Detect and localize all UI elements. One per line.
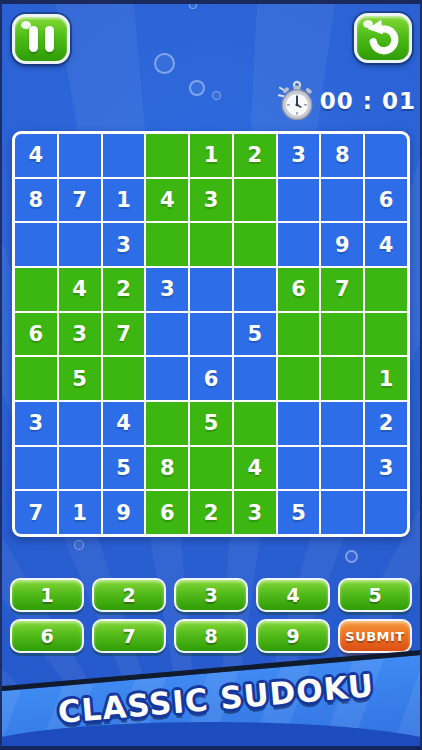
cell-r2c6[interactable] (234, 179, 276, 222)
game-screen: 00 : 01 41238871436394423676375561345258… (0, 0, 422, 750)
cell-r7c1[interactable]: 3 (15, 402, 57, 445)
cell-r9c6[interactable]: 3 (234, 491, 276, 534)
cell-r4c8[interactable]: 7 (321, 268, 363, 311)
bubble (212, 91, 221, 100)
cell-r3c4[interactable] (146, 223, 188, 266)
cell-r8c5[interactable] (190, 447, 232, 490)
timer: 00 : 01 (278, 80, 416, 122)
cell-r9c2[interactable]: 1 (59, 491, 101, 534)
cell-r5c6[interactable]: 5 (234, 313, 276, 356)
cell-r1c1[interactable]: 4 (15, 134, 57, 177)
cell-r3c8[interactable]: 9 (321, 223, 363, 266)
cell-r7c4[interactable] (146, 402, 188, 445)
cell-r4c4[interactable]: 3 (146, 268, 188, 311)
cell-r2c1[interactable]: 8 (15, 179, 57, 222)
cell-r3c9[interactable]: 4 (365, 223, 407, 266)
cell-r5c3[interactable]: 7 (103, 313, 145, 356)
cell-r8c8[interactable] (321, 447, 363, 490)
cell-r6c6[interactable] (234, 357, 276, 400)
cell-r6c4[interactable] (146, 357, 188, 400)
cell-r4c9[interactable] (365, 268, 407, 311)
bubble (189, 80, 205, 96)
cell-r4c6[interactable] (234, 268, 276, 311)
cell-r8c9[interactable]: 3 (365, 447, 407, 490)
cell-r3c3[interactable]: 3 (103, 223, 145, 266)
cell-r8c3[interactable]: 5 (103, 447, 145, 490)
cell-r5c2[interactable]: 3 (59, 313, 101, 356)
cell-r2c3[interactable]: 1 (103, 179, 145, 222)
bubble (345, 550, 358, 563)
cell-r2c4[interactable]: 4 (146, 179, 188, 222)
cell-r1c4[interactable] (146, 134, 188, 177)
cell-r6c5[interactable]: 6 (190, 357, 232, 400)
cell-r7c7[interactable] (278, 402, 320, 445)
cell-r7c8[interactable] (321, 402, 363, 445)
digit-button-2[interactable]: 2 (92, 578, 166, 612)
cell-r7c3[interactable]: 4 (103, 402, 145, 445)
cell-r3c7[interactable] (278, 223, 320, 266)
cell-r9c3[interactable]: 9 (103, 491, 145, 534)
stopwatch-icon (278, 80, 316, 122)
cell-r1c3[interactable] (103, 134, 145, 177)
cell-r5c9[interactable] (365, 313, 407, 356)
cell-r3c1[interactable] (15, 223, 57, 266)
cell-r4c1[interactable] (15, 268, 57, 311)
cell-r1c8[interactable]: 8 (321, 134, 363, 177)
cell-r2c7[interactable] (278, 179, 320, 222)
cell-r5c7[interactable] (278, 313, 320, 356)
cell-r7c2[interactable] (59, 402, 101, 445)
cell-r2c9[interactable]: 6 (365, 179, 407, 222)
cell-r5c5[interactable] (190, 313, 232, 356)
digit-button-3[interactable]: 3 (174, 578, 248, 612)
cell-r1c6[interactable]: 2 (234, 134, 276, 177)
cell-r7c6[interactable] (234, 402, 276, 445)
cell-r7c9[interactable]: 2 (365, 402, 407, 445)
cell-r8c2[interactable] (59, 447, 101, 490)
cell-r8c6[interactable]: 4 (234, 447, 276, 490)
bubble (154, 53, 175, 74)
cell-r4c2[interactable]: 4 (59, 268, 101, 311)
cell-r8c7[interactable] (278, 447, 320, 490)
cell-r4c5[interactable] (190, 268, 232, 311)
cell-r1c7[interactable]: 3 (278, 134, 320, 177)
cell-r6c2[interactable]: 5 (59, 357, 101, 400)
cell-r8c4[interactable]: 8 (146, 447, 188, 490)
cell-r6c1[interactable] (15, 357, 57, 400)
cell-r6c7[interactable] (278, 357, 320, 400)
sudoku-board: 4123887143639442367637556134525843719623… (12, 131, 410, 537)
cell-r2c2[interactable]: 7 (59, 179, 101, 222)
cell-r3c6[interactable] (234, 223, 276, 266)
cell-r9c4[interactable]: 6 (146, 491, 188, 534)
timer-value: 00 : 01 (320, 88, 416, 114)
cell-r9c1[interactable]: 7 (15, 491, 57, 534)
cell-r9c5[interactable]: 2 (190, 491, 232, 534)
cell-r6c3[interactable] (103, 357, 145, 400)
pause-icon (29, 26, 54, 52)
bubble (189, 1, 197, 9)
cell-r9c9[interactable] (365, 491, 407, 534)
cell-r3c2[interactable] (59, 223, 101, 266)
cell-r6c8[interactable] (321, 357, 363, 400)
digit-button-4[interactable]: 4 (256, 578, 330, 612)
title-banner: CLASSIC SUDOKU (0, 635, 422, 750)
cell-r7c5[interactable]: 5 (190, 402, 232, 445)
cell-r2c8[interactable] (321, 179, 363, 222)
cell-r1c2[interactable] (59, 134, 101, 177)
cell-r9c8[interactable] (321, 491, 363, 534)
pause-button[interactable] (12, 14, 70, 64)
cell-r5c1[interactable]: 6 (15, 313, 57, 356)
cell-r3c5[interactable] (190, 223, 232, 266)
cell-r6c9[interactable]: 1 (365, 357, 407, 400)
cell-r8c1[interactable] (15, 447, 57, 490)
cell-r9c7[interactable]: 5 (278, 491, 320, 534)
digit-button-1[interactable]: 1 (10, 578, 84, 612)
cell-r5c8[interactable] (321, 313, 363, 356)
bubble (74, 540, 84, 550)
restart-button[interactable] (354, 13, 412, 63)
cell-r1c5[interactable]: 1 (190, 134, 232, 177)
cell-r4c3[interactable]: 2 (103, 268, 145, 311)
cell-r4c7[interactable]: 6 (278, 268, 320, 311)
cell-r2c5[interactable]: 3 (190, 179, 232, 222)
restart-icon (363, 17, 403, 59)
cell-r1c9[interactable] (365, 134, 407, 177)
cell-r5c4[interactable] (146, 313, 188, 356)
digit-button-5[interactable]: 5 (338, 578, 412, 612)
